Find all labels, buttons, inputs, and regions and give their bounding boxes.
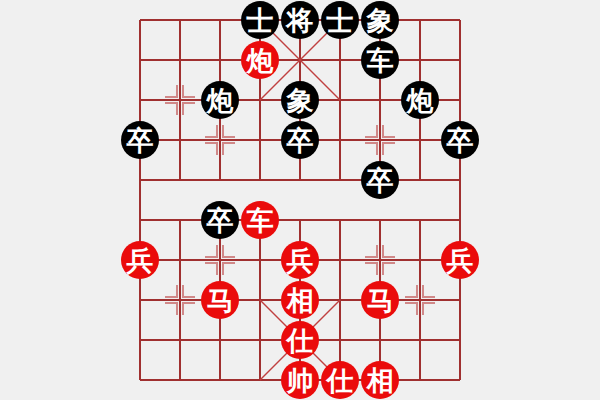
- piece-black-advisor[interactable]: 士: [241, 1, 279, 39]
- piece-red-pawn[interactable]: 兵: [281, 241, 319, 279]
- piece-red-elephant[interactable]: 相: [281, 281, 319, 319]
- piece-black-chariot[interactable]: 车: [361, 41, 399, 79]
- point-marker-bracket: [222, 125, 235, 138]
- point-marker-bracket: [165, 285, 178, 298]
- piece-red-king[interactable]: 帅: [281, 361, 319, 399]
- point-marker-bracket: [205, 142, 218, 155]
- point-marker-bracket: [382, 125, 395, 138]
- point-marker-bracket: [365, 142, 378, 155]
- piece-red-pawn[interactable]: 兵: [121, 241, 159, 279]
- piece-black-pawn[interactable]: 卒: [121, 121, 159, 159]
- point-marker-bracket: [205, 262, 218, 275]
- point-marker-bracket: [182, 102, 195, 115]
- piece-red-cannon[interactable]: 炮: [241, 41, 279, 79]
- point-marker: [205, 125, 235, 155]
- point-marker-bracket: [405, 285, 418, 298]
- point-marker-bracket: [222, 142, 235, 155]
- piece-black-advisor[interactable]: 士: [321, 1, 359, 39]
- piece-black-king[interactable]: 将: [281, 1, 319, 39]
- point-marker-bracket: [382, 142, 395, 155]
- point-marker-bracket: [182, 302, 195, 315]
- point-marker-bracket: [422, 302, 435, 315]
- point-marker-bracket: [405, 302, 418, 315]
- point-marker-bracket: [222, 262, 235, 275]
- piece-red-horse[interactable]: 马: [201, 281, 239, 319]
- board-point-grid: 士将士象炮车炮象炮卒卒卒卒卒车兵兵兵马相马仕帅仕相: [120, 0, 480, 400]
- piece-red-chariot[interactable]: 车: [241, 201, 279, 239]
- piece-black-elephant[interactable]: 象: [281, 81, 319, 119]
- point-marker-bracket: [365, 245, 378, 258]
- point-marker: [205, 245, 235, 275]
- point-marker: [405, 285, 435, 315]
- piece-red-advisor[interactable]: 仕: [281, 321, 319, 359]
- piece-red-elephant[interactable]: 相: [361, 361, 399, 399]
- point-marker: [165, 85, 195, 115]
- point-marker-bracket: [365, 262, 378, 275]
- point-marker-bracket: [382, 262, 395, 275]
- point-marker-bracket: [182, 285, 195, 298]
- point-marker-bracket: [165, 102, 178, 115]
- piece-red-horse[interactable]: 马: [361, 281, 399, 319]
- point-marker-bracket: [422, 285, 435, 298]
- point-marker-bracket: [182, 85, 195, 98]
- piece-black-pawn[interactable]: 卒: [361, 161, 399, 199]
- point-marker: [365, 245, 395, 275]
- point-marker-bracket: [382, 245, 395, 258]
- point-marker-bracket: [165, 85, 178, 98]
- point-marker-bracket: [222, 245, 235, 258]
- piece-black-pawn[interactable]: 卒: [201, 201, 239, 239]
- piece-black-pawn[interactable]: 卒: [281, 121, 319, 159]
- piece-red-pawn[interactable]: 兵: [441, 241, 479, 279]
- piece-black-pawn[interactable]: 卒: [441, 121, 479, 159]
- point-marker-bracket: [205, 125, 218, 138]
- piece-black-cannon[interactable]: 炮: [401, 81, 439, 119]
- point-marker-bracket: [365, 125, 378, 138]
- point-marker: [165, 285, 195, 315]
- point-marker-bracket: [165, 302, 178, 315]
- point-marker-bracket: [205, 245, 218, 258]
- xiangqi-board-screen: 士将士象炮车炮象炮卒卒卒卒卒车兵兵兵马相马仕帅仕相: [0, 0, 600, 400]
- piece-black-elephant[interactable]: 象: [361, 1, 399, 39]
- piece-black-cannon[interactable]: 炮: [201, 81, 239, 119]
- point-marker: [365, 125, 395, 155]
- piece-red-advisor[interactable]: 仕: [321, 361, 359, 399]
